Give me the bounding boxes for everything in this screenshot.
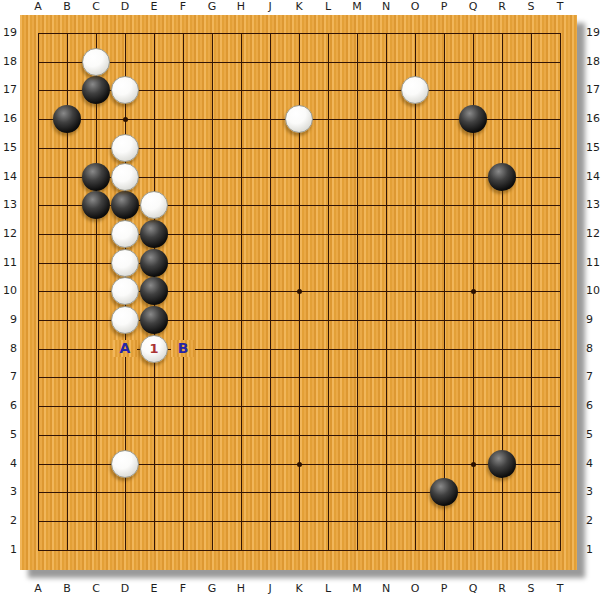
black-stone-E12 — [140, 220, 168, 248]
coordinate-top-L: L — [314, 0, 342, 14]
white-stone-D9 — [111, 306, 139, 334]
coordinate-left-2: 2 — [0, 514, 17, 528]
black-stone-C14 — [82, 163, 110, 191]
coordinate-bottom-F: F — [169, 582, 197, 596]
white-stone-D11 — [111, 249, 139, 277]
coordinate-bottom-L: L — [314, 582, 342, 596]
coordinate-right-3: 3 — [586, 485, 602, 499]
coordinate-left-17: 17 — [0, 83, 17, 97]
white-stone-D17 — [111, 76, 139, 104]
black-stone-R4 — [488, 450, 516, 478]
coordinate-right-8: 8 — [586, 342, 602, 356]
coordinate-top-D: D — [111, 0, 139, 14]
coordinate-bottom-R: R — [488, 582, 516, 596]
coordinate-top-B: B — [53, 0, 81, 14]
black-stone-E9 — [140, 306, 168, 334]
coordinate-left-16: 16 — [0, 112, 17, 126]
coordinate-bottom-M: M — [343, 582, 371, 596]
black-stone-B16 — [53, 105, 81, 133]
coordinate-left-13: 13 — [0, 198, 17, 212]
move-number-label: 1 — [140, 335, 168, 363]
grid-line-vertical — [415, 33, 416, 551]
coordinate-bottom-T: T — [546, 582, 574, 596]
coordinate-top-M: M — [343, 0, 371, 14]
coordinate-left-9: 9 — [0, 313, 17, 327]
grid-line-vertical — [328, 33, 329, 551]
coordinate-right-10: 10 — [586, 284, 602, 298]
black-stone-R14 — [488, 163, 516, 191]
coordinate-left-12: 12 — [0, 227, 17, 241]
white-stone-D4 — [111, 450, 139, 478]
coordinate-bottom-E: E — [140, 582, 168, 596]
coordinate-left-7: 7 — [0, 370, 17, 384]
coordinate-top-F: F — [169, 0, 197, 14]
grid-line-horizontal — [38, 550, 561, 551]
grid-line-vertical — [531, 33, 532, 551]
black-stone-P3 — [430, 478, 458, 506]
white-stone-K16 — [285, 105, 313, 133]
coordinate-left-18: 18 — [0, 55, 17, 69]
coordinate-bottom-P: P — [430, 582, 458, 596]
coordinate-top-T: T — [546, 0, 574, 14]
white-stone-D15 — [111, 134, 139, 162]
coordinate-right-15: 15 — [586, 141, 602, 155]
coordinate-bottom-O: O — [401, 582, 429, 596]
black-stone-E11 — [140, 249, 168, 277]
grid-line-vertical — [560, 33, 561, 551]
grid-line-vertical — [357, 33, 358, 551]
coordinate-bottom-H: H — [227, 582, 255, 596]
white-stone-D14 — [111, 163, 139, 191]
coordinate-right-14: 14 — [586, 170, 602, 184]
coordinate-left-15: 15 — [0, 141, 17, 155]
coordinate-top-K: K — [285, 0, 313, 14]
point-label-A: A — [113, 340, 137, 357]
star-point-Q10 — [471, 289, 476, 294]
coordinate-bottom-S: S — [517, 582, 545, 596]
coordinate-bottom-A: A — [24, 582, 52, 596]
coordinate-right-12: 12 — [586, 227, 602, 241]
go-board[interactable]: AB1 — [20, 15, 577, 570]
white-stone-D10 — [111, 277, 139, 305]
coordinate-right-13: 13 — [586, 198, 602, 212]
coordinate-right-7: 7 — [586, 370, 602, 384]
star-point-D16 — [123, 117, 128, 122]
coordinate-top-J: J — [256, 0, 284, 14]
coordinate-top-P: P — [430, 0, 458, 14]
coordinate-right-11: 11 — [586, 256, 602, 270]
coordinate-right-4: 4 — [586, 457, 602, 471]
coordinate-top-R: R — [488, 0, 516, 14]
grid-line-horizontal — [38, 377, 561, 378]
white-stone-E13 — [140, 191, 168, 219]
coordinate-right-16: 16 — [586, 112, 602, 126]
coordinate-left-4: 4 — [0, 457, 17, 471]
coordinate-top-N: N — [372, 0, 400, 14]
coordinate-top-Q: Q — [459, 0, 487, 14]
go-diagram: AB1 AABBCCDDEEFFGGHHJJKKLLMMNNOOPPQQRRSS… — [0, 0, 602, 596]
star-point-K10 — [297, 289, 302, 294]
coordinate-top-S: S — [517, 0, 545, 14]
coordinate-top-A: A — [24, 0, 52, 14]
grid-line-horizontal — [38, 435, 561, 436]
coordinate-right-6: 6 — [586, 399, 602, 413]
white-stone-D12 — [111, 220, 139, 248]
coordinate-right-17: 17 — [586, 83, 602, 97]
coordinate-right-2: 2 — [586, 514, 602, 528]
coordinate-left-6: 6 — [0, 399, 17, 413]
coordinate-left-10: 10 — [0, 284, 17, 298]
coordinate-top-H: H — [227, 0, 255, 14]
coordinate-left-14: 14 — [0, 170, 17, 184]
coordinate-right-19: 19 — [586, 26, 602, 40]
black-stone-C17 — [82, 76, 110, 104]
grid-line-horizontal — [38, 521, 561, 522]
coordinate-bottom-B: B — [53, 582, 81, 596]
coordinate-top-E: E — [140, 0, 168, 14]
grid-line-vertical — [386, 33, 387, 551]
black-stone-D13 — [111, 191, 139, 219]
coordinate-left-3: 3 — [0, 485, 17, 499]
grid-line-horizontal — [38, 406, 561, 407]
grid-line-horizontal — [38, 492, 561, 493]
black-stone-C13 — [82, 191, 110, 219]
black-stone-E10 — [140, 277, 168, 305]
coordinate-bottom-K: K — [285, 582, 313, 596]
coordinate-left-1: 1 — [0, 543, 17, 557]
coordinate-bottom-D: D — [111, 582, 139, 596]
coordinate-bottom-G: G — [198, 582, 226, 596]
star-point-K4 — [297, 462, 302, 467]
coordinate-left-8: 8 — [0, 342, 17, 356]
coordinate-top-G: G — [198, 0, 226, 14]
coordinate-left-5: 5 — [0, 428, 17, 442]
white-stone-C18 — [82, 48, 110, 76]
grid-line-vertical — [444, 33, 445, 551]
coordinate-top-O: O — [401, 0, 429, 14]
coordinate-left-11: 11 — [0, 256, 17, 270]
coordinate-right-9: 9 — [586, 313, 602, 327]
point-label-B: B — [171, 340, 195, 357]
coordinate-top-C: C — [82, 0, 110, 14]
coordinate-right-5: 5 — [586, 428, 602, 442]
coordinate-bottom-C: C — [82, 582, 110, 596]
coordinate-right-18: 18 — [586, 55, 602, 69]
coordinate-left-19: 19 — [0, 26, 17, 40]
coordinate-bottom-Q: Q — [459, 582, 487, 596]
star-point-Q4 — [471, 462, 476, 467]
coordinate-bottom-J: J — [256, 582, 284, 596]
coordinate-right-1: 1 — [586, 543, 602, 557]
black-stone-Q16 — [459, 105, 487, 133]
white-stone-O17 — [401, 76, 429, 104]
coordinate-bottom-N: N — [372, 582, 400, 596]
